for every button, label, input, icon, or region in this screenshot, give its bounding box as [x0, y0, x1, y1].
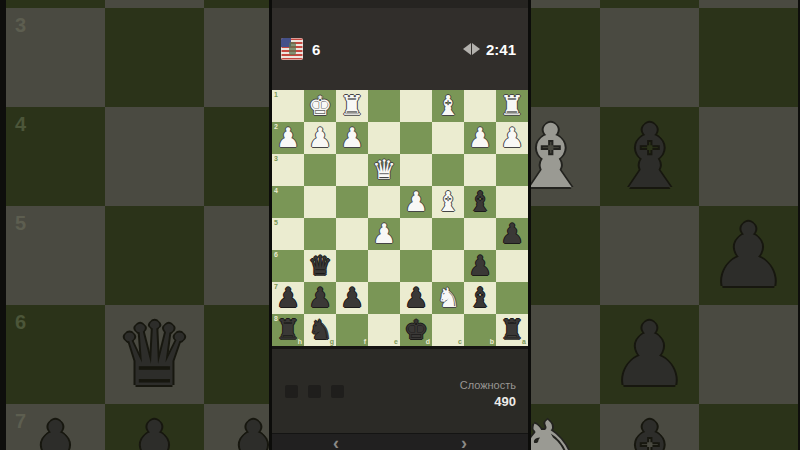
- square-a5[interactable]: ♟: [496, 218, 528, 250]
- black-queen-piece: ♛: [304, 250, 336, 282]
- square-b2[interactable]: ♟: [464, 122, 496, 154]
- square-f8[interactable]: f: [336, 314, 368, 346]
- white-rook-piece: ♜: [336, 90, 368, 122]
- square-f6[interactable]: [336, 250, 368, 282]
- square-h3[interactable]: 3: [272, 154, 304, 186]
- square-c7[interactable]: ♞: [432, 282, 464, 314]
- square-a7[interactable]: [496, 282, 528, 314]
- square-b7[interactable]: ♝: [464, 282, 496, 314]
- white-pawn-piece: ♟: [400, 186, 432, 218]
- rank-label: 6: [274, 251, 278, 258]
- rank-label: 6: [15, 312, 26, 332]
- flag-emblem: [289, 42, 296, 55]
- white-pawn-piece: ♟: [336, 122, 368, 154]
- white-pawn-piece: ♟: [600, 0, 699, 8]
- bg-square-b2: ♟: [600, 0, 699, 8]
- rank-label: 4: [15, 114, 26, 134]
- forward-button[interactable]: ›: [400, 434, 528, 450]
- back-button[interactable]: ‹: [272, 434, 400, 450]
- black-pawn-piece: ♟: [600, 305, 699, 404]
- square-h2[interactable]: 2♟: [272, 122, 304, 154]
- white-knight-piece: ♞: [432, 282, 464, 314]
- black-pawn-piece: ♟: [464, 250, 496, 282]
- rank-label: 3: [274, 155, 278, 162]
- bg-square-g3: [105, 8, 204, 107]
- rank-label: 3: [15, 15, 26, 35]
- rank-label: 2: [274, 123, 278, 130]
- bg-square-b3: [600, 8, 699, 107]
- square-h6[interactable]: 6: [272, 250, 304, 282]
- white-king-piece: ♚: [304, 90, 336, 122]
- square-f4[interactable]: [336, 186, 368, 218]
- rank-label: 4: [274, 187, 278, 194]
- square-e2[interactable]: [368, 122, 400, 154]
- square-e1[interactable]: [368, 90, 400, 122]
- white-pawn-piece: ♟: [304, 122, 336, 154]
- rank-label: 8: [274, 315, 278, 322]
- timer: 2:41: [486, 41, 516, 58]
- bg-square-g5: [105, 206, 204, 305]
- square-b3[interactable]: [464, 154, 496, 186]
- black-pawn-piece: ♟: [496, 218, 528, 250]
- square-f3[interactable]: [336, 154, 368, 186]
- strike-box: [285, 385, 298, 398]
- white-pawn-piece: ♟: [699, 0, 798, 8]
- bg-square-a5: ♟: [699, 206, 798, 305]
- top-bar: 6 2:41: [272, 8, 528, 90]
- double-arrow-icon: [463, 43, 480, 55]
- square-e5[interactable]: ♟: [368, 218, 400, 250]
- bottom-panel: Сложность 490: [272, 349, 528, 433]
- square-d1[interactable]: [400, 90, 432, 122]
- square-g6[interactable]: ♛: [304, 250, 336, 282]
- black-queen-piece: ♛: [105, 305, 204, 404]
- bg-square-a4: [699, 107, 798, 206]
- square-b8[interactable]: b: [464, 314, 496, 346]
- black-pawn-piece: ♟: [336, 282, 368, 314]
- black-bishop-piece: ♝: [464, 186, 496, 218]
- square-c4[interactable]: ♝: [432, 186, 464, 218]
- white-queen-piece: ♛: [368, 154, 400, 186]
- strike-box: [308, 385, 321, 398]
- black-pawn-piece: ♟: [400, 282, 432, 314]
- puzzle-board: 1♚♜♝♜2♟♟♟♟♟3♛4♟♝♝5♟♟6♛♟7♟♟♟♟♞♝8h♜g♞fed♚c…: [272, 90, 528, 346]
- square-g1[interactable]: ♚: [304, 90, 336, 122]
- bg-square-h5: 5: [6, 206, 105, 305]
- square-d4[interactable]: ♟: [400, 186, 432, 218]
- square-d7[interactable]: ♟: [400, 282, 432, 314]
- difficulty-value: 490: [460, 394, 516, 409]
- square-c8[interactable]: c: [432, 314, 464, 346]
- bg-square-b7: ♝: [600, 404, 699, 450]
- white-pawn-piece: ♟: [6, 0, 105, 8]
- square-h5[interactable]: 5: [272, 218, 304, 250]
- bg-square-a6: [699, 305, 798, 404]
- difficulty: Сложность 490: [460, 379, 516, 409]
- bg-square-h2: 2♟: [6, 0, 105, 8]
- file-label: e: [394, 338, 398, 345]
- bg-square-a7: [699, 404, 798, 450]
- white-pawn-piece: ♟: [368, 218, 400, 250]
- square-b5[interactable]: [464, 218, 496, 250]
- square-d2[interactable]: [400, 122, 432, 154]
- bg-square-a2: ♟: [699, 0, 798, 8]
- white-rook-piece: ♜: [496, 90, 528, 122]
- square-c1[interactable]: ♝: [432, 90, 464, 122]
- square-g8[interactable]: g♞: [304, 314, 336, 346]
- bg-square-a3: [699, 8, 798, 107]
- us-flag-icon: [281, 38, 303, 60]
- square-f2[interactable]: ♟: [336, 122, 368, 154]
- square-b1[interactable]: [464, 90, 496, 122]
- square-h1[interactable]: 1: [272, 90, 304, 122]
- square-g4[interactable]: [304, 186, 336, 218]
- bg-square-h3: 3: [6, 8, 105, 107]
- square-b6[interactable]: ♟: [464, 250, 496, 282]
- square-c5[interactable]: [432, 218, 464, 250]
- white-pawn-piece: ♟: [464, 122, 496, 154]
- rank-label: 5: [15, 213, 26, 233]
- square-d6[interactable]: [400, 250, 432, 282]
- bg-square-h6: 6: [6, 305, 105, 404]
- status-bar: [272, 0, 528, 8]
- square-e7[interactable]: [368, 282, 400, 314]
- square-e3[interactable]: ♛: [368, 154, 400, 186]
- file-label: f: [364, 338, 366, 345]
- square-f5[interactable]: [336, 218, 368, 250]
- square-e4[interactable]: [368, 186, 400, 218]
- black-bishop-piece: ♝: [600, 404, 699, 450]
- black-bishop-piece: ♝: [464, 282, 496, 314]
- square-a6[interactable]: [496, 250, 528, 282]
- square-d3[interactable]: [400, 154, 432, 186]
- square-d5[interactable]: [400, 218, 432, 250]
- square-a4[interactable]: [496, 186, 528, 218]
- square-c2[interactable]: [432, 122, 464, 154]
- black-pawn-piece: ♟: [699, 206, 798, 305]
- puzzle-score: 6: [312, 41, 320, 58]
- black-bishop-piece: ♝: [600, 107, 699, 206]
- file-label: h: [298, 338, 302, 345]
- square-f1[interactable]: ♜: [336, 90, 368, 122]
- square-h4[interactable]: 4: [272, 186, 304, 218]
- black-pawn-piece: ♟: [105, 404, 204, 450]
- square-a1[interactable]: ♜: [496, 90, 528, 122]
- white-pawn-piece: ♟: [496, 122, 528, 154]
- phone-screen: 6 2:41 1♚♜♝♜2♟♟♟♟♟3♛4♟♝♝5♟♟6♛♟7♟♟♟♟♞♝8h♜…: [269, 0, 531, 450]
- rank-label: 7: [15, 411, 26, 431]
- bg-square-b5: [600, 206, 699, 305]
- file-label: c: [458, 338, 462, 345]
- bg-square-g4: [105, 107, 204, 206]
- square-b4[interactable]: ♝: [464, 186, 496, 218]
- bg-square-b6: ♟: [600, 305, 699, 404]
- black-pawn-piece: ♟: [304, 282, 336, 314]
- bottom-nav: ‹ ›: [272, 433, 528, 450]
- file-label: d: [426, 338, 430, 345]
- square-g7[interactable]: ♟: [304, 282, 336, 314]
- square-g2[interactable]: ♟: [304, 122, 336, 154]
- square-g3[interactable]: [304, 154, 336, 186]
- square-a8[interactable]: a♜: [496, 314, 528, 346]
- bg-square-g7: ♟: [105, 404, 204, 450]
- square-f7[interactable]: ♟: [336, 282, 368, 314]
- rank-label: 1: [274, 91, 278, 98]
- square-c3[interactable]: [432, 154, 464, 186]
- strike-box: [331, 385, 344, 398]
- white-bishop-piece: ♝: [432, 186, 464, 218]
- rank-label: 5: [274, 219, 278, 226]
- square-e6[interactable]: [368, 250, 400, 282]
- square-d8[interactable]: d♚: [400, 314, 432, 346]
- file-label: g: [330, 338, 334, 345]
- white-bishop-piece: ♝: [432, 90, 464, 122]
- square-a2[interactable]: ♟: [496, 122, 528, 154]
- difficulty-label: Сложность: [460, 379, 516, 391]
- bg-square-h7: 7♟: [6, 404, 105, 450]
- bg-square-h4: 4: [6, 107, 105, 206]
- rank-label: 7: [274, 283, 278, 290]
- square-h8[interactable]: 8h♜: [272, 314, 304, 346]
- file-label: a: [522, 338, 526, 345]
- square-e8[interactable]: e: [368, 314, 400, 346]
- strike-boxes: [285, 385, 344, 398]
- file-label: b: [490, 338, 494, 345]
- bg-square-b4: ♝: [600, 107, 699, 206]
- square-c6[interactable]: [432, 250, 464, 282]
- square-g5[interactable]: [304, 218, 336, 250]
- bg-square-g2: ♟: [105, 0, 204, 8]
- white-pawn-piece: ♟: [105, 0, 204, 8]
- bg-square-g6: ♛: [105, 305, 204, 404]
- square-a3[interactable]: [496, 154, 528, 186]
- square-h7[interactable]: 7♟: [272, 282, 304, 314]
